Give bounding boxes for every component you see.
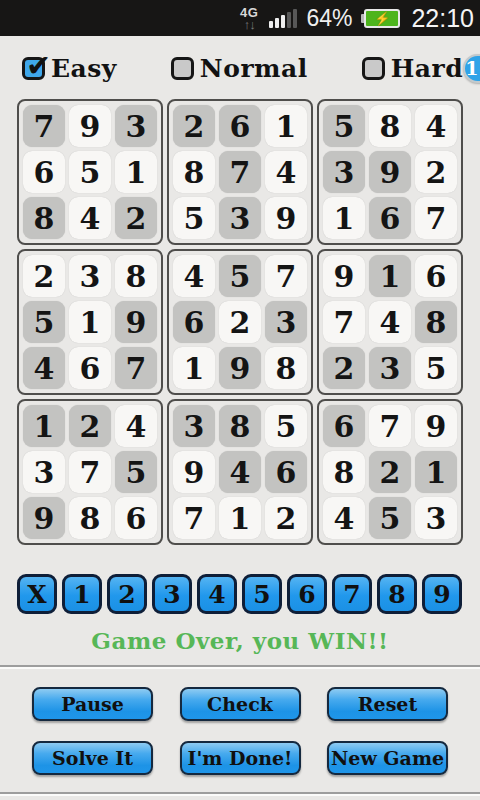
- sudoku-cell-r8c7[interactable]: 8: [323, 451, 365, 493]
- sudoku-cell-r1c3[interactable]: 3: [115, 105, 157, 147]
- sudoku-cell-r8c3[interactable]: 5: [115, 451, 157, 493]
- sudoku-cell-r1c2[interactable]: 9: [69, 105, 111, 147]
- battery-percent-label: 64%: [306, 5, 352, 32]
- game-timer-display: 15:56: [463, 54, 480, 83]
- sudoku-cell-r3c4[interactable]: 5: [173, 197, 215, 239]
- sudoku-box: 457623198: [167, 249, 313, 395]
- signal-strength-icon: [269, 8, 297, 28]
- sudoku-cell-r6c3[interactable]: 7: [115, 347, 157, 389]
- sudoku-cell-r4c2[interactable]: 3: [69, 255, 111, 297]
- sudoku-cell-r9c5[interactable]: 1: [219, 497, 261, 539]
- sudoku-cell-r2c7[interactable]: 3: [323, 151, 365, 193]
- numpad-button-3[interactable]: 3: [152, 574, 192, 614]
- easy-label: Easy: [51, 54, 117, 83]
- sudoku-app-screen: 4G ↑↓ 64% ⚡ 22:10 ✔ Easy Normal Hard 15:…: [0, 0, 480, 800]
- data-transfer-arrows-icon: ↑↓: [244, 18, 255, 31]
- number-pad: X123456789: [17, 574, 480, 614]
- sudoku-box: 124375986: [17, 399, 163, 545]
- new-game-button[interactable]: New Game: [327, 741, 448, 775]
- sudoku-cell-r6c8[interactable]: 3: [369, 347, 411, 389]
- sudoku-box: 916748235: [317, 249, 463, 395]
- sudoku-cell-r5c2[interactable]: 1: [69, 301, 111, 343]
- sudoku-box: 261874539: [167, 99, 313, 245]
- sudoku-cell-r1c8[interactable]: 8: [369, 105, 411, 147]
- sudoku-cell-r4c8[interactable]: 1: [369, 255, 411, 297]
- sudoku-cell-r6c9[interactable]: 5: [415, 347, 457, 389]
- numpad-button-x[interactable]: X: [17, 574, 57, 614]
- checkmark-icon: ✔: [26, 48, 51, 83]
- sudoku-cell-r7c3[interactable]: 4: [115, 405, 157, 447]
- sudoku-cell-r1c7[interactable]: 5: [323, 105, 365, 147]
- difficulty-normal-option[interactable]: Normal: [171, 54, 308, 83]
- sudoku-cell-r7c8[interactable]: 7: [369, 405, 411, 447]
- sudoku-cell-r5c6[interactable]: 3: [265, 301, 307, 343]
- sudoku-cell-r8c6[interactable]: 6: [265, 451, 307, 493]
- hard-checkbox[interactable]: [362, 57, 385, 80]
- sudoku-cell-r3c3[interactable]: 2: [115, 197, 157, 239]
- sudoku-cell-r4c3[interactable]: 8: [115, 255, 157, 297]
- numpad-button-7[interactable]: 7: [332, 574, 372, 614]
- sudoku-cell-r8c5[interactable]: 4: [219, 451, 261, 493]
- check-button[interactable]: Check: [180, 687, 301, 721]
- sudoku-cell-r8c4[interactable]: 9: [173, 451, 215, 493]
- network-4g-icon: 4G ↑↓: [240, 6, 258, 31]
- sudoku-cell-r9c1[interactable]: 9: [23, 497, 65, 539]
- sudoku-board: 7936518422618745395843921672385194674576…: [17, 99, 463, 545]
- im-done-button[interactable]: I'm Done!: [180, 741, 301, 775]
- sudoku-cell-r7c4[interactable]: 3: [173, 405, 215, 447]
- sudoku-cell-r2c5[interactable]: 7: [219, 151, 261, 193]
- sudoku-cell-r2c9[interactable]: 2: [415, 151, 457, 193]
- sudoku-cell-r2c2[interactable]: 5: [69, 151, 111, 193]
- numpad-button-5[interactable]: 5: [242, 574, 282, 614]
- sudoku-cell-r6c4[interactable]: 1: [173, 347, 215, 389]
- sudoku-cell-r5c1[interactable]: 5: [23, 301, 65, 343]
- sudoku-cell-r1c1[interactable]: 7: [23, 105, 65, 147]
- sudoku-box: 679821453: [317, 399, 463, 545]
- sudoku-box: 793651842: [17, 99, 163, 245]
- sudoku-cell-r1c9[interactable]: 4: [415, 105, 457, 147]
- sudoku-cell-r5c5[interactable]: 2: [219, 301, 261, 343]
- sudoku-cell-r9c7[interactable]: 4: [323, 497, 365, 539]
- sudoku-cell-r9c8[interactable]: 5: [369, 497, 411, 539]
- pause-button[interactable]: Pause: [32, 687, 153, 721]
- sudoku-cell-r6c5[interactable]: 9: [219, 347, 261, 389]
- sudoku-box: 385946712: [167, 399, 313, 545]
- sudoku-cell-r9c4[interactable]: 7: [173, 497, 215, 539]
- sudoku-cell-r8c2[interactable]: 7: [69, 451, 111, 493]
- sudoku-box: 584392167: [317, 99, 463, 245]
- sudoku-cell-r3c8[interactable]: 6: [369, 197, 411, 239]
- difficulty-row: ✔ Easy Normal Hard 15:56: [22, 53, 466, 83]
- sudoku-cell-r1c4[interactable]: 2: [173, 105, 215, 147]
- sudoku-cell-r5c8[interactable]: 4: [369, 301, 411, 343]
- battery-icon: ⚡: [361, 9, 400, 28]
- difficulty-hard-option[interactable]: Hard: [362, 54, 463, 83]
- sudoku-cell-r3c5[interactable]: 3: [219, 197, 261, 239]
- sudoku-cell-r6c6[interactable]: 8: [265, 347, 307, 389]
- sudoku-cell-r2c6[interactable]: 4: [265, 151, 307, 193]
- sudoku-cell-r1c5[interactable]: 6: [219, 105, 261, 147]
- sudoku-cell-r9c9[interactable]: 3: [415, 497, 457, 539]
- sudoku-cell-r8c9[interactable]: 1: [415, 451, 457, 493]
- sudoku-cell-r3c2[interactable]: 4: [69, 197, 111, 239]
- bottom-divider: [0, 792, 480, 794]
- easy-checkbox[interactable]: ✔: [22, 57, 45, 80]
- sudoku-cell-r7c2[interactable]: 2: [69, 405, 111, 447]
- reset-button[interactable]: Reset: [327, 687, 448, 721]
- sudoku-cell-r1c6[interactable]: 1: [265, 105, 307, 147]
- sudoku-cell-r3c7[interactable]: 1: [323, 197, 365, 239]
- sudoku-cell-r8c8[interactable]: 2: [369, 451, 411, 493]
- numpad-button-6[interactable]: 6: [287, 574, 327, 614]
- sudoku-cell-r3c1[interactable]: 8: [23, 197, 65, 239]
- numpad-button-1[interactable]: 1: [62, 574, 102, 614]
- sudoku-cell-r4c5[interactable]: 5: [219, 255, 261, 297]
- sudoku-cell-r2c1[interactable]: 6: [23, 151, 65, 193]
- difficulty-easy-option[interactable]: ✔ Easy: [22, 54, 117, 83]
- sudoku-cell-r3c9[interactable]: 7: [415, 197, 457, 239]
- sudoku-cell-r5c4[interactable]: 6: [173, 301, 215, 343]
- sudoku-cell-r2c3[interactable]: 1: [115, 151, 157, 193]
- sudoku-cell-r8c1[interactable]: 3: [23, 451, 65, 493]
- solve-it-button[interactable]: Solve It: [32, 741, 153, 775]
- sudoku-cell-r5c3[interactable]: 9: [115, 301, 157, 343]
- sudoku-cell-r4c4[interactable]: 4: [173, 255, 215, 297]
- charging-bolt-icon: ⚡: [374, 12, 390, 25]
- sudoku-cell-r2c8[interactable]: 9: [369, 151, 411, 193]
- sudoku-cell-r5c9[interactable]: 8: [415, 301, 457, 343]
- sudoku-cell-r7c5[interactable]: 8: [219, 405, 261, 447]
- normal-checkbox[interactable]: [171, 57, 194, 80]
- sudoku-cell-r7c7[interactable]: 6: [323, 405, 365, 447]
- hard-label: Hard: [391, 54, 463, 83]
- game-over-message: Game Over, you WIN!!: [0, 627, 480, 654]
- sudoku-cell-r9c3[interactable]: 6: [115, 497, 157, 539]
- numpad-button-8[interactable]: 8: [377, 574, 417, 614]
- sudoku-cell-r6c1[interactable]: 4: [23, 347, 65, 389]
- clock-label: 22:10: [411, 4, 474, 33]
- sudoku-cell-r9c6[interactable]: 2: [265, 497, 307, 539]
- sudoku-cell-r2c4[interactable]: 8: [173, 151, 215, 193]
- sudoku-cell-r4c1[interactable]: 2: [23, 255, 65, 297]
- numpad-button-4[interactable]: 4: [197, 574, 237, 614]
- sudoku-cell-r4c9[interactable]: 6: [415, 255, 457, 297]
- sudoku-cell-r7c9[interactable]: 9: [415, 405, 457, 447]
- sudoku-cell-r4c6[interactable]: 7: [265, 255, 307, 297]
- android-status-bar: 4G ↑↓ 64% ⚡ 22:10: [0, 0, 480, 36]
- sudoku-cell-r7c6[interactable]: 5: [265, 405, 307, 447]
- sudoku-cell-r9c2[interactable]: 8: [69, 497, 111, 539]
- sudoku-cell-r5c7[interactable]: 7: [323, 301, 365, 343]
- sudoku-cell-r6c7[interactable]: 2: [323, 347, 365, 389]
- action-button-panel: Pause Check Reset Solve It I'm Done! New…: [0, 667, 480, 775]
- sudoku-box: 238519467: [17, 249, 163, 395]
- numpad-button-2[interactable]: 2: [107, 574, 147, 614]
- sudoku-cell-r3c6[interactable]: 9: [265, 197, 307, 239]
- sudoku-cell-r6c2[interactable]: 6: [69, 347, 111, 389]
- numpad-button-9[interactable]: 9: [422, 574, 462, 614]
- sudoku-cell-r4c7[interactable]: 9: [323, 255, 365, 297]
- normal-label: Normal: [200, 54, 308, 83]
- sudoku-cell-r7c1[interactable]: 1: [23, 405, 65, 447]
